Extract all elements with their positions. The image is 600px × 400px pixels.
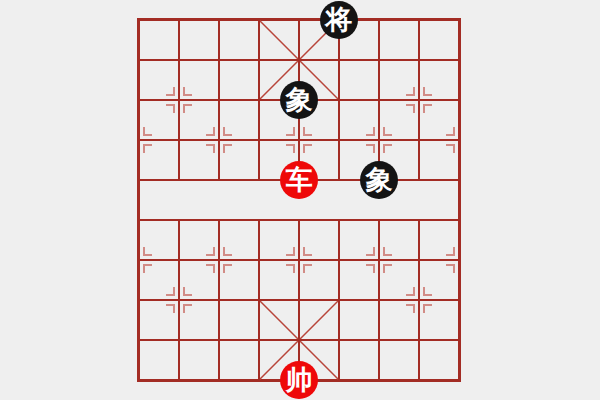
board-point xyxy=(119,200,159,240)
board-point xyxy=(239,0,279,40)
board-point xyxy=(159,320,199,360)
board-point xyxy=(199,360,239,400)
board-point xyxy=(399,0,439,40)
board-point xyxy=(239,40,279,80)
board-point xyxy=(159,0,199,40)
board-point xyxy=(399,360,439,400)
board-point xyxy=(399,280,439,320)
board-point xyxy=(119,360,159,400)
board-point xyxy=(279,0,319,40)
board-point xyxy=(359,200,399,240)
board-point xyxy=(239,360,279,400)
board-point xyxy=(199,240,239,280)
board-point xyxy=(439,0,479,40)
black-general[interactable]: 将 xyxy=(320,1,358,39)
board-point xyxy=(399,80,439,120)
board-point xyxy=(439,120,479,160)
board-point xyxy=(279,240,319,280)
board-point xyxy=(199,40,239,80)
board-point xyxy=(399,320,439,360)
board-point: 象 xyxy=(359,160,399,200)
red-general[interactable]: 帅 xyxy=(280,361,318,399)
board-point xyxy=(359,360,399,400)
board-point xyxy=(439,40,479,80)
board-point xyxy=(159,280,199,320)
board-point xyxy=(279,200,319,240)
board-point xyxy=(279,40,319,80)
board-point xyxy=(439,320,479,360)
board-point xyxy=(159,80,199,120)
board-point xyxy=(439,280,479,320)
board-point xyxy=(279,280,319,320)
board-point xyxy=(359,80,399,120)
board-point xyxy=(119,40,159,80)
board-point xyxy=(279,320,319,360)
board-point xyxy=(199,0,239,40)
board-point xyxy=(119,280,159,320)
board-point xyxy=(199,160,239,200)
board-point xyxy=(159,120,199,160)
board-point xyxy=(399,200,439,240)
board-point xyxy=(279,120,319,160)
board-point xyxy=(399,160,439,200)
board-point xyxy=(359,240,399,280)
board-point xyxy=(319,240,359,280)
board-point xyxy=(439,160,479,200)
board-point xyxy=(199,280,239,320)
board-point xyxy=(239,160,279,200)
board-point xyxy=(159,360,199,400)
board-point xyxy=(159,200,199,240)
board-point xyxy=(319,360,359,400)
board-point xyxy=(399,40,439,80)
board-point xyxy=(239,200,279,240)
board-point xyxy=(119,120,159,160)
board-point xyxy=(119,80,159,120)
board-point xyxy=(399,240,439,280)
board-point xyxy=(119,320,159,360)
board-point xyxy=(439,360,479,400)
board-point xyxy=(119,240,159,280)
board-point xyxy=(239,320,279,360)
board-point: 车 xyxy=(279,160,319,200)
board-point xyxy=(439,80,479,120)
board-point xyxy=(319,160,359,200)
board-point: 象 xyxy=(279,80,319,120)
board-point xyxy=(319,320,359,360)
board-point xyxy=(359,280,399,320)
board-point xyxy=(319,280,359,320)
board-point xyxy=(399,120,439,160)
board-point xyxy=(119,160,159,200)
board-point xyxy=(319,80,359,120)
board-point xyxy=(159,240,199,280)
red-chariot[interactable]: 车 xyxy=(280,161,318,199)
board-point xyxy=(199,200,239,240)
board-point: 将 xyxy=(319,0,359,40)
board-point xyxy=(199,320,239,360)
board-point: 帅 xyxy=(279,360,319,400)
board-point xyxy=(119,0,159,40)
board-point xyxy=(239,240,279,280)
board-point xyxy=(439,240,479,280)
board-point xyxy=(159,40,199,80)
board-point xyxy=(239,80,279,120)
board-point xyxy=(239,280,279,320)
board-point xyxy=(359,40,399,80)
board-grid: 将象车象帅 xyxy=(119,0,479,400)
xiangqi-app: 将象车象帅 xyxy=(0,0,600,400)
board-point xyxy=(319,200,359,240)
black-elephant-1[interactable]: 象 xyxy=(280,81,318,119)
board-point xyxy=(319,40,359,80)
board-point xyxy=(199,80,239,120)
board-point xyxy=(199,120,239,160)
board-point xyxy=(359,0,399,40)
board-point xyxy=(319,120,359,160)
board-point xyxy=(239,120,279,160)
board-point xyxy=(359,320,399,360)
board-point xyxy=(159,160,199,200)
board-point xyxy=(359,120,399,160)
black-elephant-2[interactable]: 象 xyxy=(360,161,398,199)
board-point xyxy=(439,200,479,240)
